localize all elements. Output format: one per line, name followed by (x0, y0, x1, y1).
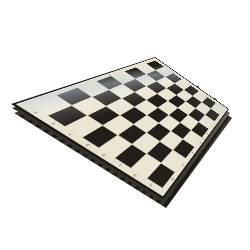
rank-label: 2 (217, 118, 219, 120)
rank-label: 3 (212, 125, 214, 127)
file-label: d (85, 143, 91, 147)
file-label: h (149, 183, 153, 187)
rank-label: 6 (191, 152, 194, 155)
file-label: a (33, 111, 40, 114)
product-photo-scene: abcdefgh 12345678 (0, 0, 250, 250)
rank-label: 1 (222, 112, 224, 114)
file-label: e (101, 153, 106, 157)
file-label: f (118, 163, 122, 166)
file-label: b (50, 122, 57, 125)
rank-label: 5 (199, 142, 202, 145)
file-label: c (68, 133, 74, 136)
rank-label: 4 (206, 133, 208, 135)
rank-label: 7 (181, 164, 184, 167)
rank-label: 8 (170, 178, 174, 182)
file-label: g (133, 173, 138, 177)
